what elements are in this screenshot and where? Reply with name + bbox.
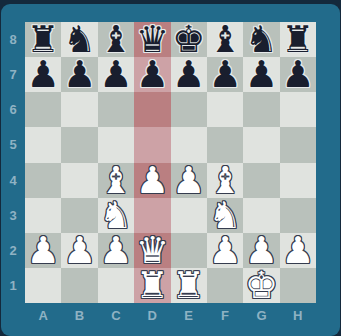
- square-f2[interactable]: ♟: [207, 233, 243, 268]
- square-b1[interactable]: [61, 268, 97, 303]
- square-d2[interactable]: ♛: [134, 233, 170, 268]
- square-d3[interactable]: [134, 198, 170, 233]
- square-f8[interactable]: ♝: [207, 22, 243, 57]
- rank-label-3: 3: [1, 198, 25, 233]
- square-d4[interactable]: ♟: [134, 163, 170, 198]
- rank-labels: 87654321: [1, 22, 25, 303]
- piece-white-king[interactable]: ♚: [245, 268, 278, 303]
- square-c2[interactable]: ♟: [98, 233, 134, 268]
- square-b6[interactable]: [61, 92, 97, 127]
- square-g4[interactable]: [243, 163, 279, 198]
- square-b4[interactable]: [61, 163, 97, 198]
- piece-black-pawn[interactable]: ♟: [172, 57, 205, 92]
- piece-black-pawn[interactable]: ♟: [27, 57, 60, 92]
- square-h7[interactable]: ♟: [280, 57, 316, 92]
- file-labels: ABCDEFGH: [25, 301, 316, 329]
- file-label-d: D: [134, 301, 170, 329]
- square-d5[interactable]: [134, 127, 170, 162]
- piece-black-knight[interactable]: ♞: [63, 22, 96, 57]
- piece-black-bishop[interactable]: ♝: [208, 22, 241, 57]
- piece-black-knight[interactable]: ♞: [245, 22, 278, 57]
- piece-black-pawn[interactable]: ♟: [245, 57, 278, 92]
- piece-white-knight[interactable]: ♞: [99, 198, 132, 233]
- square-c3[interactable]: ♞: [98, 198, 134, 233]
- piece-black-king[interactable]: ♚: [172, 22, 205, 57]
- square-h5[interactable]: [280, 127, 316, 162]
- square-f3[interactable]: ♞: [207, 198, 243, 233]
- rank-label-8: 8: [1, 22, 25, 57]
- piece-white-pawn[interactable]: ♟: [63, 233, 96, 268]
- square-h3[interactable]: [280, 198, 316, 233]
- square-b2[interactable]: ♟: [61, 233, 97, 268]
- square-a8[interactable]: ♜: [25, 22, 61, 57]
- square-d8[interactable]: ♛: [134, 22, 170, 57]
- file-label-b: B: [61, 301, 97, 329]
- square-e4[interactable]: ♟: [171, 163, 207, 198]
- piece-black-queen[interactable]: ♛: [136, 22, 169, 57]
- piece-white-pawn[interactable]: ♟: [281, 233, 314, 268]
- square-d1[interactable]: ♜: [134, 268, 170, 303]
- square-a1[interactable]: [25, 268, 61, 303]
- file-label-h: H: [280, 301, 316, 329]
- square-b3[interactable]: [61, 198, 97, 233]
- piece-white-queen[interactable]: ♛: [136, 233, 169, 268]
- piece-black-rook[interactable]: ♜: [27, 22, 60, 57]
- file-label-a: A: [25, 301, 61, 329]
- piece-white-rook[interactable]: ♜: [172, 268, 205, 303]
- piece-black-pawn[interactable]: ♟: [63, 57, 96, 92]
- square-e1[interactable]: ♜: [171, 268, 207, 303]
- board-panel: 87654321 ♜♞♝♛♚♝♞♜♟♟♟♟♟♟♟♟♝♟♟♝♞♞♟♟♟♛♟♟♟♜♜…: [1, 4, 340, 336]
- square-h1[interactable]: [280, 268, 316, 303]
- square-g7[interactable]: ♟: [243, 57, 279, 92]
- square-f7[interactable]: ♟: [207, 57, 243, 92]
- square-h8[interactable]: ♜: [280, 22, 316, 57]
- square-f1[interactable]: [207, 268, 243, 303]
- square-b8[interactable]: ♞: [61, 22, 97, 57]
- rank-label-7: 7: [1, 57, 25, 92]
- square-b5[interactable]: [61, 127, 97, 162]
- piece-white-bishop[interactable]: ♝: [99, 163, 132, 198]
- square-a4[interactable]: [25, 163, 61, 198]
- piece-white-pawn[interactable]: ♟: [136, 163, 169, 198]
- piece-white-pawn[interactable]: ♟: [172, 163, 205, 198]
- piece-black-pawn[interactable]: ♟: [208, 57, 241, 92]
- square-g3[interactable]: [243, 198, 279, 233]
- piece-black-pawn[interactable]: ♟: [136, 57, 169, 92]
- square-e3[interactable]: [171, 198, 207, 233]
- square-c5[interactable]: [98, 127, 134, 162]
- file-label-g: G: [243, 301, 279, 329]
- piece-black-pawn[interactable]: ♟: [99, 57, 132, 92]
- file-label-f: F: [207, 301, 243, 329]
- square-a5[interactable]: [25, 127, 61, 162]
- square-c6[interactable]: [98, 92, 134, 127]
- square-a6[interactable]: [25, 92, 61, 127]
- piece-black-bishop[interactable]: ♝: [99, 22, 132, 57]
- square-g1[interactable]: ♚: [243, 268, 279, 303]
- square-g5[interactable]: [243, 127, 279, 162]
- piece-white-pawn[interactable]: ♟: [245, 233, 278, 268]
- file-label-e: E: [171, 301, 207, 329]
- piece-white-pawn[interactable]: ♟: [208, 233, 241, 268]
- chess-board: ♜♞♝♛♚♝♞♜♟♟♟♟♟♟♟♟♝♟♟♝♞♞♟♟♟♛♟♟♟♜♜♚: [25, 22, 316, 303]
- piece-black-pawn[interactable]: ♟: [281, 57, 314, 92]
- square-c7[interactable]: ♟: [98, 57, 134, 92]
- square-h2[interactable]: ♟: [280, 233, 316, 268]
- square-f6[interactable]: [207, 92, 243, 127]
- piece-black-rook[interactable]: ♜: [281, 22, 314, 57]
- square-d7[interactable]: ♟: [134, 57, 170, 92]
- rank-label-2: 2: [1, 233, 25, 268]
- rank-label-5: 5: [1, 127, 25, 162]
- piece-white-pawn[interactable]: ♟: [27, 233, 60, 268]
- rank-label-1: 1: [1, 268, 25, 303]
- square-b7[interactable]: ♟: [61, 57, 97, 92]
- square-e8[interactable]: ♚: [171, 22, 207, 57]
- square-c1[interactable]: [98, 268, 134, 303]
- square-c8[interactable]: ♝: [98, 22, 134, 57]
- square-g6[interactable]: [243, 92, 279, 127]
- square-a2[interactable]: ♟: [25, 233, 61, 268]
- square-d6[interactable]: [134, 92, 170, 127]
- piece-white-knight[interactable]: ♞: [208, 198, 241, 233]
- rank-label-4: 4: [1, 163, 25, 198]
- square-e6[interactable]: [171, 92, 207, 127]
- square-h6[interactable]: [280, 92, 316, 127]
- piece-white-rook[interactable]: ♜: [136, 268, 169, 303]
- piece-white-bishop[interactable]: ♝: [208, 163, 241, 198]
- square-h4[interactable]: [280, 163, 316, 198]
- square-c4[interactable]: ♝: [98, 163, 134, 198]
- square-f5[interactable]: [207, 127, 243, 162]
- square-g2[interactable]: ♟: [243, 233, 279, 268]
- square-e7[interactable]: ♟: [171, 57, 207, 92]
- square-e5[interactable]: [171, 127, 207, 162]
- piece-white-pawn[interactable]: ♟: [99, 233, 132, 268]
- rank-label-6: 6: [1, 92, 25, 127]
- square-a3[interactable]: [25, 198, 61, 233]
- square-a7[interactable]: ♟: [25, 57, 61, 92]
- square-f4[interactable]: ♝: [207, 163, 243, 198]
- square-g8[interactable]: ♞: [243, 22, 279, 57]
- square-e2[interactable]: [171, 233, 207, 268]
- file-label-c: C: [98, 301, 134, 329]
